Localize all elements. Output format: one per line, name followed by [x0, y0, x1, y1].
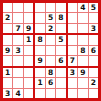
- sudoku-box-9: 392: [68, 68, 98, 98]
- cell-r8c8[interactable]: [78, 78, 87, 87]
- cell-r1c1[interactable]: [3, 3, 12, 12]
- sudoku-box-5: 8596: [35, 35, 65, 65]
- sudoku-box-7: 134: [3, 68, 33, 98]
- cell-r4c5[interactable]: [46, 35, 55, 44]
- cell-r3c6[interactable]: [56, 24, 65, 33]
- cell-r9c7[interactable]: [68, 89, 77, 98]
- cell-r5c6[interactable]: [56, 46, 65, 55]
- cell-r5c8[interactable]: 8: [78, 46, 87, 55]
- cell-r8c3[interactable]: [24, 78, 33, 87]
- cell-r1c5[interactable]: [46, 3, 55, 12]
- sudoku-box-2: 582: [35, 3, 65, 33]
- cell-r9c6[interactable]: [56, 89, 65, 98]
- sudoku-box-6: 867: [68, 35, 98, 65]
- cell-r3c9[interactable]: 3: [89, 24, 98, 33]
- sudoku-box-4: 193: [3, 35, 33, 65]
- cell-r2c2[interactable]: [13, 13, 22, 22]
- cell-r6c2[interactable]: [13, 56, 22, 65]
- cell-r4c6[interactable]: 5: [56, 35, 65, 44]
- cell-r1c9[interactable]: 5: [89, 3, 98, 12]
- cell-r8c1[interactable]: [3, 78, 12, 87]
- sudoku-box-8: 816: [35, 68, 65, 98]
- cell-r6c5[interactable]: [46, 56, 55, 65]
- cell-r4c9[interactable]: [89, 35, 98, 44]
- cell-r2c1[interactable]: 2: [3, 13, 12, 22]
- cell-r3c8[interactable]: [78, 24, 87, 33]
- cell-r2c7[interactable]: [68, 13, 77, 22]
- cell-r8c2[interactable]: [13, 78, 22, 87]
- cell-r2c5[interactable]: 5: [46, 13, 55, 22]
- cell-r3c3[interactable]: 9: [24, 24, 33, 33]
- cell-r4c1[interactable]: [3, 35, 12, 44]
- cell-r7c2[interactable]: [13, 68, 22, 77]
- cell-r5c4[interactable]: [35, 46, 44, 55]
- cell-r8c5[interactable]: 6: [46, 78, 55, 87]
- cell-r5c2[interactable]: 3: [13, 46, 22, 55]
- cell-r8c6[interactable]: [56, 78, 65, 87]
- cell-r2c8[interactable]: [78, 13, 87, 22]
- cell-r1c2[interactable]: [13, 3, 22, 12]
- cell-r7c3[interactable]: [24, 68, 33, 77]
- cell-r7c4[interactable]: [35, 68, 44, 77]
- cell-r4c8[interactable]: [78, 35, 87, 44]
- cell-r8c9[interactable]: 2: [89, 78, 98, 87]
- cell-r8c7[interactable]: [68, 78, 77, 87]
- cell-r9c8[interactable]: [78, 89, 87, 98]
- sudoku-box-3: 453: [68, 3, 98, 33]
- cell-r3c4[interactable]: [35, 24, 44, 33]
- cell-r3c7[interactable]: [68, 24, 77, 33]
- cell-r4c3[interactable]: 1: [24, 35, 33, 44]
- cell-r5c3[interactable]: [24, 46, 33, 55]
- cell-r2c9[interactable]: [89, 13, 98, 22]
- cell-r3c2[interactable]: 7: [13, 24, 22, 33]
- cell-r7c5[interactable]: 8: [46, 68, 55, 77]
- cell-r2c4[interactable]: [35, 13, 44, 22]
- sudoku-box-1: 279: [3, 3, 33, 33]
- cell-r9c5[interactable]: [46, 89, 55, 98]
- cell-r5c1[interactable]: 9: [3, 46, 12, 55]
- cell-r6c4[interactable]: 9: [35, 56, 44, 65]
- cell-r7c7[interactable]: 3: [68, 68, 77, 77]
- cell-r6c1[interactable]: [3, 56, 12, 65]
- cell-r3c5[interactable]: 2: [46, 24, 55, 33]
- cell-r3c1[interactable]: [3, 24, 12, 33]
- cell-r6c9[interactable]: [89, 56, 98, 65]
- cell-r5c7[interactable]: [68, 46, 77, 55]
- cell-r1c6[interactable]: [56, 3, 65, 12]
- cell-r5c9[interactable]: 6: [89, 46, 98, 55]
- cell-r1c4[interactable]: [35, 3, 44, 12]
- cell-r7c8[interactable]: 9: [78, 68, 87, 77]
- cell-r9c1[interactable]: 3: [3, 89, 12, 98]
- cell-r9c3[interactable]: [24, 89, 33, 98]
- cell-r1c7[interactable]: [68, 3, 77, 12]
- cell-r6c8[interactable]: [78, 56, 87, 65]
- cell-r4c4[interactable]: 8: [35, 35, 44, 44]
- cell-r4c2[interactable]: [13, 35, 22, 44]
- cell-r6c3[interactable]: [24, 56, 33, 65]
- cell-r8c4[interactable]: 1: [35, 78, 44, 87]
- cell-r1c8[interactable]: 4: [78, 3, 87, 12]
- cell-r7c1[interactable]: 1: [3, 68, 12, 77]
- cell-r7c9[interactable]: [89, 68, 98, 77]
- cell-r6c7[interactable]: 7: [68, 56, 77, 65]
- cell-r9c2[interactable]: 4: [13, 89, 22, 98]
- cell-r9c4[interactable]: [35, 89, 44, 98]
- cell-r5c5[interactable]: [46, 46, 55, 55]
- cell-r2c6[interactable]: 8: [56, 13, 65, 22]
- cell-r2c3[interactable]: [24, 13, 33, 22]
- cell-r4c7[interactable]: [68, 35, 77, 44]
- sudoku-board: 2795824531938596867134816392: [0, 0, 101, 101]
- cell-r9c9[interactable]: [89, 89, 98, 98]
- cell-r6c6[interactable]: 6: [56, 56, 65, 65]
- cell-r1c3[interactable]: [24, 3, 33, 12]
- cell-r7c6[interactable]: [56, 68, 65, 77]
